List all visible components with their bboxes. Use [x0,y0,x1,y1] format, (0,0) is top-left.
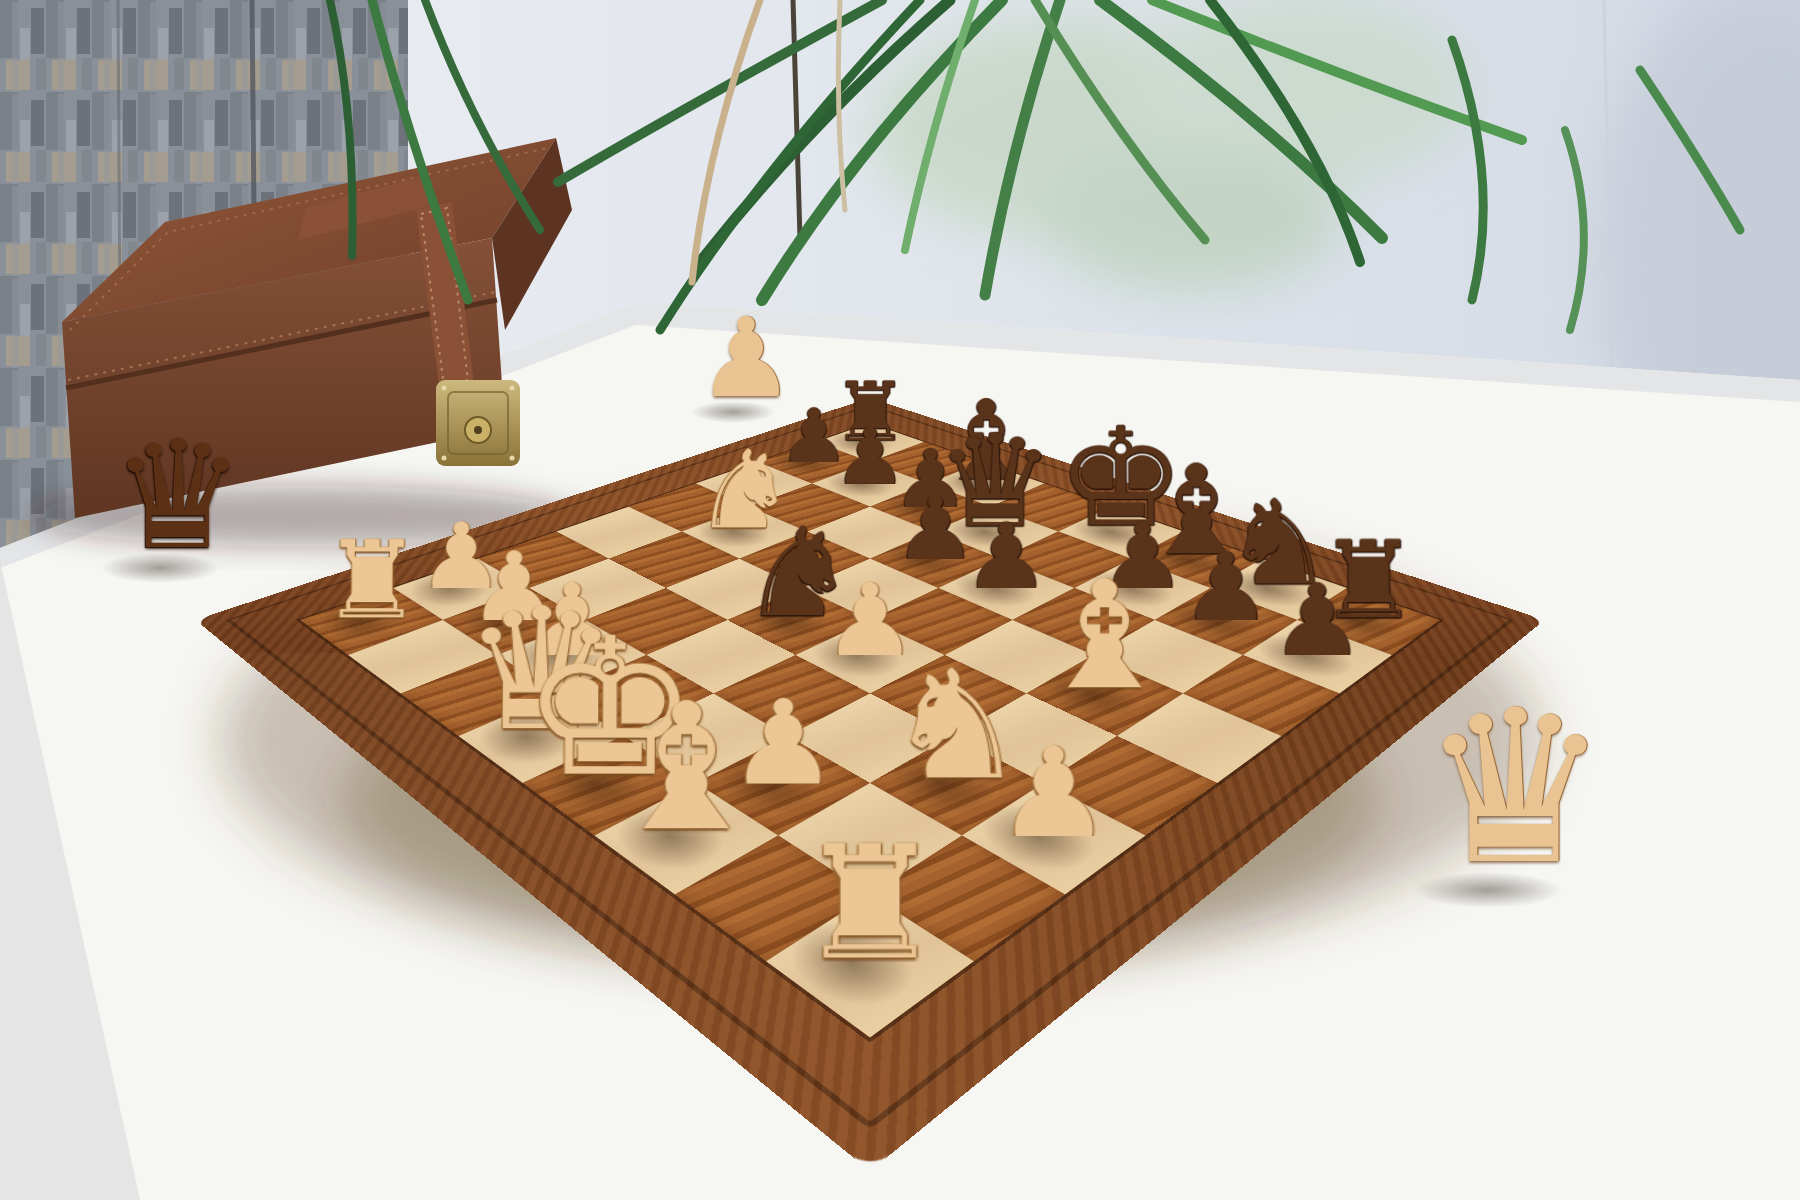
white-pawn-table-shadow [691,401,776,423]
white-queen-table-shadow [1413,872,1563,908]
square-d3 [646,620,795,693]
photo-of-chess-set: { "game": "chess", "scene": "Overhead-an… [0,0,1800,1200]
black-queen-table-shadow [100,553,220,583]
square-e4: ♟ [795,620,944,693]
